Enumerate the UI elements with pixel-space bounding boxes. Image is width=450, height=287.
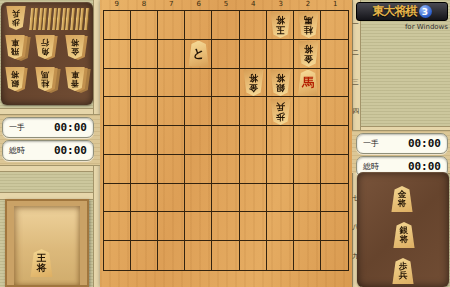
piece-label: 金将 (247, 72, 259, 93)
piece-label: 歩兵 (11, 9, 21, 27)
app-logo: 東大将棋 3 (356, 2, 448, 21)
piece-label: 金将 (70, 38, 80, 56)
unused-stack-rook[interactable]: 飛車 (4, 35, 28, 61)
piece-gote-pawn[interactable]: 歩兵 (269, 99, 292, 125)
piece-label: 王将 (36, 253, 47, 274)
piece-sente-promoted-bishop[interactable]: 馬 (297, 70, 320, 96)
piece-gote-silver[interactable]: 銀将 (269, 70, 292, 96)
unused-stack-bishop[interactable]: 角行 (34, 35, 58, 61)
total-time-value: 00:00 (54, 144, 87, 157)
piece-label: と (193, 45, 205, 62)
piece-label: 歩兵 (398, 262, 408, 281)
unused-stack-pawn[interactable]: 歩兵 (5, 6, 29, 32)
piece-label: 飛車 (10, 38, 20, 56)
piece-label: 銀将 (275, 72, 287, 93)
unused-stack-knight[interactable]: 桂馬 (34, 67, 58, 93)
stacked-pawn-edge (84, 8, 90, 30)
piece-gote-knight[interactable]: 桂馬 (297, 12, 320, 38)
piece-gote-gold-2[interactable]: 金将 (242, 70, 265, 96)
app-title: 東大将棋 (373, 3, 417, 20)
piece-label: 金将 (397, 190, 407, 209)
piece-gote-gold[interactable]: 金将 (297, 41, 320, 67)
unused-stack-lance[interactable]: 香車 (64, 67, 88, 93)
piece-layer: 玉将桂馬金将と金将銀将馬歩兵 (100, 0, 352, 287)
shogi-board: 987654321 一二三四五六七八九 玉将桂馬金将と金将銀将馬歩兵 (100, 0, 352, 287)
piece-label: 馬 (302, 74, 314, 91)
rank-label: 四 (351, 97, 360, 126)
sente-captured-tray: 金将 銀将 歩兵 (357, 172, 449, 287)
rank-label: 二 (351, 39, 360, 68)
piece-label: 銀将 (399, 226, 409, 245)
rank-label: 三 (351, 68, 360, 97)
total-time-label: 総時 (363, 161, 379, 172)
piece-label: 桂馬 (40, 70, 50, 88)
piece-label: 銀将 (10, 70, 20, 88)
piece-sente-tokin[interactable]: と (187, 41, 210, 67)
app-subtitle: for Windows (356, 23, 448, 31)
piece-label: 角行 (40, 38, 50, 56)
unused-pieces-tray: 歩兵 飛車 角行 金将 銀将 桂馬 香車 (1, 2, 93, 105)
move-time-label: 一手 (363, 138, 379, 149)
app-window: 987654321 一二三四五六七八九 玉将桂馬金将と金将銀将馬歩兵 歩兵 飛車… (0, 0, 450, 287)
move-time-display: 一手 00:00 (2, 117, 94, 138)
piece-label: 香車 (70, 70, 80, 88)
unused-stack-silver[interactable]: 銀将 (4, 67, 28, 93)
piece-label: 桂馬 (302, 14, 314, 35)
captured-piece-silver[interactable]: 銀将 (392, 222, 416, 248)
captured-piece-gold[interactable]: 金将 (390, 186, 414, 212)
move-time-label: 一手 (9, 122, 25, 133)
version-ball: 3 (419, 5, 432, 18)
pawn-fan (29, 8, 89, 30)
captured-piece-pawn[interactable]: 歩兵 (391, 258, 415, 284)
total-time-label: 総時 (9, 145, 25, 156)
left-clock: 一手 00:00 総時 00:00 (2, 117, 94, 163)
piece-label: 金将 (302, 43, 314, 64)
piece-gote-king[interactable]: 玉将 (269, 12, 292, 38)
move-time-value: 00:00 (408, 137, 441, 150)
piece-label: 玉将 (275, 14, 287, 35)
move-time-display: 一手 00:00 (356, 133, 448, 154)
piece-box: 王将 (5, 199, 89, 287)
unused-stack-gold[interactable]: 金将 (64, 35, 88, 61)
total-time-display: 総時 00:00 (2, 140, 94, 161)
piece-label: 歩兵 (275, 101, 287, 122)
move-time-value: 00:00 (54, 121, 87, 134)
